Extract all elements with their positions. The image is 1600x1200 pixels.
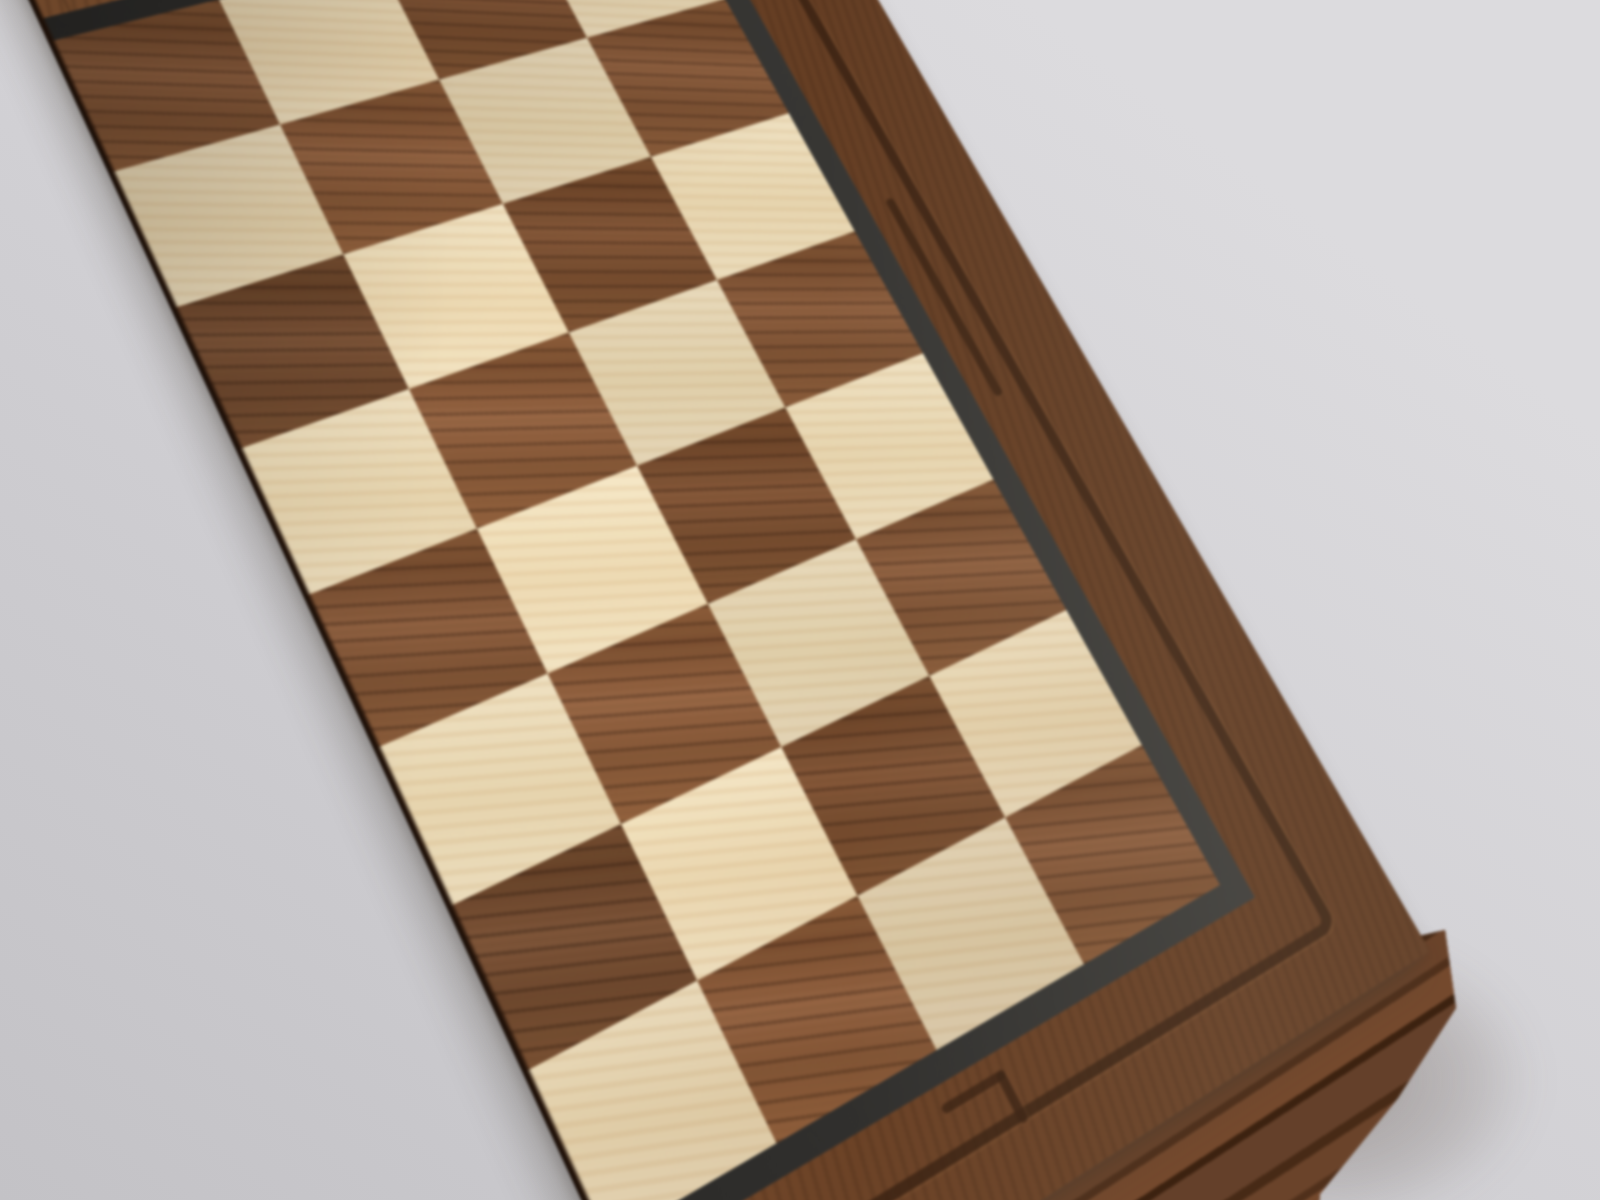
- photo-blur-group: [0, 0, 1600, 1200]
- chessboard-box: [0, 0, 1430, 1200]
- photo-scene: [0, 0, 1600, 1200]
- chessboard-grid: [48, 0, 1220, 1200]
